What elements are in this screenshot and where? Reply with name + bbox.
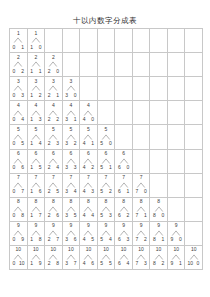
part-left: 8 — [152, 213, 156, 219]
bond-cell: 10100 — [185, 246, 203, 270]
bond-cell: 110 — [28, 29, 46, 53]
branch-lines-icon — [48, 61, 58, 67]
part-left: 1 — [30, 237, 34, 243]
bond-parts: 36 — [63, 237, 80, 243]
bond-parts: 63 — [115, 237, 132, 243]
part-left: 6 — [117, 165, 121, 171]
part-right: 3 — [91, 189, 95, 195]
part-left: 6 — [117, 189, 121, 195]
empty-cell — [63, 29, 81, 53]
empty-cell — [168, 150, 186, 174]
part-right: 3 — [38, 117, 42, 123]
part-right: 0 — [196, 261, 200, 267]
branch-lines-icon — [83, 230, 93, 236]
bond-cell: 413 — [28, 101, 46, 125]
bond-parts: 46 — [80, 261, 97, 267]
bond-parts: 16 — [28, 189, 45, 195]
whole-number: 6 — [87, 151, 90, 157]
part-right: 7 — [38, 213, 42, 219]
empty-cell — [63, 53, 81, 77]
part-right: 2 — [143, 237, 147, 243]
part-right: 4 — [91, 213, 95, 219]
branch-lines-icon — [119, 230, 129, 236]
part-left: 3 — [65, 261, 69, 267]
part-left: 0 — [12, 93, 16, 99]
branch-lines-icon — [66, 158, 76, 164]
part-left: 8 — [152, 237, 156, 243]
bond-parts: 35 — [63, 213, 80, 219]
decomposition-grid: 1011102022112203033123213304044134224314… — [9, 28, 203, 270]
branch-lines-icon — [66, 85, 76, 91]
part-left: 1 — [30, 117, 34, 123]
empty-cell — [168, 101, 186, 125]
whole-number: 8 — [52, 199, 55, 205]
whole-number: 9 — [122, 223, 125, 229]
part-left: 5 — [100, 141, 104, 147]
empty-cell — [98, 53, 116, 77]
bond-parts: 42 — [80, 165, 97, 171]
part-right: 1 — [21, 45, 25, 51]
part-right: 5 — [73, 213, 77, 219]
bond-parts: 50 — [98, 141, 115, 147]
whole-number: 8 — [34, 199, 37, 205]
empty-cell — [168, 53, 186, 77]
bond-parts: 64 — [115, 261, 132, 267]
bond-cell: 1019 — [28, 246, 46, 270]
bond-parts: 51 — [98, 165, 115, 171]
part-right: 0 — [56, 69, 60, 75]
bond-parts: 20 — [45, 69, 62, 75]
branch-lines-icon — [136, 206, 146, 212]
branch-lines-icon — [154, 254, 164, 260]
branch-lines-icon — [48, 182, 58, 188]
whole-number: 7 — [52, 175, 55, 181]
whole-number: 6 — [70, 151, 73, 157]
branch-lines-icon — [13, 61, 23, 67]
whole-number: 10 — [33, 247, 39, 253]
empty-cell — [185, 125, 203, 149]
bond-cell: 101 — [10, 29, 28, 53]
empty-cell — [115, 53, 133, 77]
whole-number: 10 — [86, 247, 92, 253]
branch-lines-icon — [13, 110, 23, 116]
branch-lines-icon — [31, 110, 41, 116]
whole-number: 8 — [70, 199, 73, 205]
bond-cell: 1073 — [133, 246, 151, 270]
part-left: 0 — [12, 189, 16, 195]
whole-number: 2 — [34, 55, 37, 61]
bond-parts: 10 — [28, 45, 45, 51]
part-left: 5 — [100, 189, 104, 195]
branch-lines-icon — [13, 85, 23, 91]
bond-cell: 844 — [80, 198, 98, 222]
branch-lines-icon — [101, 254, 111, 260]
empty-cell — [133, 125, 151, 149]
bond-parts: 60 — [115, 165, 132, 171]
part-right: 1 — [56, 93, 60, 99]
empty-cell — [168, 174, 186, 198]
whole-number: 2 — [52, 55, 55, 61]
bond-cell: 220 — [45, 53, 63, 77]
bond-parts: 18 — [28, 237, 45, 243]
bond-cell: 514 — [28, 125, 46, 149]
bond-cell: 10010 — [10, 246, 28, 270]
part-right: 3 — [56, 141, 60, 147]
branch-lines-icon — [31, 134, 41, 140]
whole-number: 8 — [87, 199, 90, 205]
part-left: 7 — [135, 261, 139, 267]
part-left: 9 — [170, 237, 174, 243]
whole-number: 6 — [105, 151, 108, 157]
part-right: 7 — [21, 189, 25, 195]
bond-cell: 743 — [80, 174, 98, 198]
bond-parts: 25 — [45, 189, 62, 195]
part-left: 6 — [117, 213, 121, 219]
whole-number: 1 — [34, 31, 37, 37]
branch-lines-icon — [13, 254, 23, 260]
part-left: 4 — [82, 261, 86, 267]
part-right: 4 — [73, 189, 77, 195]
part-left: 4 — [82, 237, 86, 243]
bond-parts: 04 — [10, 117, 27, 123]
part-right: 2 — [21, 69, 25, 75]
bond-cell: 918 — [28, 222, 46, 246]
bond-cell: 1046 — [80, 246, 98, 270]
whole-number: 1 — [17, 31, 20, 37]
empty-cell — [185, 101, 203, 125]
part-right: 0 — [108, 141, 112, 147]
part-right: 10 — [19, 261, 25, 267]
bond-cell: 770 — [133, 174, 151, 198]
bond-parts: 52 — [98, 189, 115, 195]
empty-cell — [98, 77, 116, 101]
bond-parts: 010 — [10, 261, 27, 267]
branch-lines-icon — [154, 230, 164, 236]
part-left: 7 — [135, 213, 139, 219]
part-left: 4 — [82, 117, 86, 123]
part-right: 2 — [38, 93, 42, 99]
branch-lines-icon — [66, 110, 76, 116]
empty-cell — [133, 101, 151, 125]
part-left: 2 — [47, 237, 51, 243]
bond-parts: 91 — [168, 261, 185, 267]
whole-number: 4 — [34, 103, 37, 109]
part-left: 1 — [30, 45, 34, 51]
bond-parts: 55 — [98, 261, 115, 267]
part-right: 4 — [21, 117, 25, 123]
part-right: 5 — [91, 237, 95, 243]
bond-cell: 716 — [28, 174, 46, 198]
part-right: 1 — [178, 261, 182, 267]
part-right: 2 — [126, 213, 130, 219]
part-right: 1 — [73, 117, 77, 123]
part-right: 4 — [108, 237, 112, 243]
part-right: 0 — [143, 189, 147, 195]
branch-lines-icon — [119, 206, 129, 212]
bond-cell: 422 — [45, 101, 63, 125]
whole-number: 10 — [121, 247, 127, 253]
part-right: 8 — [38, 237, 42, 243]
part-right: 0 — [73, 93, 77, 99]
branch-lines-icon — [83, 182, 93, 188]
branch-lines-icon — [101, 158, 111, 164]
part-left: 0 — [12, 213, 16, 219]
part-left: 3 — [65, 117, 69, 123]
part-right: 7 — [56, 237, 60, 243]
part-right: 3 — [21, 93, 25, 99]
branch-lines-icon — [13, 206, 23, 212]
bond-parts: 05 — [10, 141, 27, 147]
bond-cell: 707 — [10, 174, 28, 198]
bond-cell: 927 — [45, 222, 63, 246]
part-left: 3 — [65, 93, 69, 99]
part-right: 3 — [143, 261, 147, 267]
part-right: 5 — [21, 141, 25, 147]
whole-number: 10 — [68, 247, 74, 253]
branch-lines-icon — [83, 110, 93, 116]
whole-number: 7 — [122, 175, 125, 181]
bond-parts: 80 — [150, 213, 167, 219]
part-right: 1 — [108, 165, 112, 171]
empty-cell — [133, 29, 151, 53]
whole-number: 5 — [105, 127, 108, 133]
empty-cell — [98, 29, 116, 53]
bond-cell: 972 — [133, 222, 151, 246]
part-right: 6 — [38, 189, 42, 195]
part-right: 1 — [126, 189, 130, 195]
bond-cell: 1037 — [63, 246, 81, 270]
bond-cell: 734 — [63, 174, 81, 198]
part-right: 2 — [108, 189, 112, 195]
part-right: 3 — [108, 213, 112, 219]
part-right: 0 — [91, 117, 95, 123]
whole-number: 5 — [52, 127, 55, 133]
bond-parts: 30 — [63, 93, 80, 99]
bond-cell: 651 — [98, 150, 116, 174]
bond-cell: 835 — [63, 198, 81, 222]
empty-cell — [185, 222, 203, 246]
bond-cell: 615 — [28, 150, 46, 174]
part-left: 5 — [100, 165, 104, 171]
empty-cell — [133, 53, 151, 77]
bond-cell: 660 — [115, 150, 133, 174]
bond-parts: 81 — [150, 237, 167, 243]
bond-parts: 72 — [133, 237, 150, 243]
empty-cell — [98, 101, 116, 125]
bond-parts: 40 — [80, 117, 97, 123]
bond-parts: 23 — [45, 141, 62, 147]
bond-parts: 31 — [63, 117, 80, 123]
bond-cell: 880 — [150, 198, 168, 222]
empty-cell — [185, 77, 203, 101]
part-left: 2 — [47, 261, 51, 267]
part-right: 2 — [56, 117, 60, 123]
bond-cell: 202 — [10, 53, 28, 77]
branch-lines-icon — [154, 206, 164, 212]
empty-cell — [168, 125, 186, 149]
bond-cell: 936 — [63, 222, 81, 246]
part-left: 10 — [187, 261, 193, 267]
empty-cell — [185, 174, 203, 198]
bond-cell: 321 — [45, 77, 63, 101]
part-left: 3 — [65, 165, 69, 171]
bond-parts: 03 — [10, 93, 27, 99]
bond-cell: 871 — [133, 198, 151, 222]
part-right: 5 — [108, 261, 112, 267]
branch-lines-icon — [31, 61, 41, 67]
branch-lines-icon — [171, 230, 181, 236]
part-right: 6 — [73, 237, 77, 243]
bond-parts: 21 — [45, 93, 62, 99]
bond-parts: 01 — [10, 45, 27, 51]
whole-number: 5 — [87, 127, 90, 133]
bond-cell: 404 — [10, 101, 28, 125]
bond-cell: 550 — [98, 125, 116, 149]
branch-lines-icon — [136, 254, 146, 260]
whole-number: 4 — [87, 103, 90, 109]
part-right: 3 — [73, 165, 77, 171]
whole-number: 6 — [17, 151, 20, 157]
whole-number: 8 — [105, 199, 108, 205]
bond-cell: 1091 — [168, 246, 186, 270]
branch-lines-icon — [189, 254, 199, 260]
bond-parts: 14 — [28, 141, 45, 147]
bond-cell: 945 — [80, 222, 98, 246]
bond-parts: 06 — [10, 165, 27, 171]
whole-number: 9 — [87, 223, 90, 229]
branch-lines-icon — [13, 134, 23, 140]
empty-cell — [185, 198, 203, 222]
branch-lines-icon — [31, 158, 41, 164]
part-left: 2 — [47, 93, 51, 99]
whole-number: 7 — [34, 175, 37, 181]
branch-lines-icon — [48, 158, 58, 164]
whole-number: 3 — [34, 79, 37, 85]
whole-number: 7 — [140, 175, 143, 181]
part-right: 0 — [178, 237, 182, 243]
bond-cell: 541 — [80, 125, 98, 149]
bond-cell: 954 — [98, 222, 116, 246]
bond-cell: 505 — [10, 125, 28, 149]
empty-cell — [133, 77, 151, 101]
bond-cell: 761 — [115, 174, 133, 198]
whole-number: 5 — [70, 127, 73, 133]
bond-parts: 17 — [28, 213, 45, 219]
part-right: 5 — [38, 165, 42, 171]
bond-parts: 70 — [133, 189, 150, 195]
part-right: 0 — [126, 165, 130, 171]
bond-cell: 963 — [115, 222, 133, 246]
empty-cell — [80, 53, 98, 77]
part-right: 1 — [38, 69, 42, 75]
part-left: 1 — [30, 189, 34, 195]
branch-lines-icon — [119, 158, 129, 164]
whole-number: 3 — [52, 79, 55, 85]
branch-lines-icon — [66, 182, 76, 188]
bond-cell: 909 — [10, 222, 28, 246]
empty-cell — [115, 77, 133, 101]
branch-lines-icon — [48, 230, 58, 236]
branch-lines-icon — [48, 85, 58, 91]
branch-lines-icon — [119, 254, 129, 260]
part-right: 2 — [161, 261, 165, 267]
whole-number: 10 — [173, 247, 179, 253]
part-right: 9 — [38, 261, 42, 267]
whole-number: 9 — [175, 223, 178, 229]
branch-lines-icon — [31, 37, 41, 43]
bond-cell: 853 — [98, 198, 116, 222]
part-left: 1 — [30, 141, 34, 147]
whole-number: 10 — [156, 247, 162, 253]
bond-cell: 523 — [45, 125, 63, 149]
empty-cell — [150, 53, 168, 77]
part-left: 6 — [117, 261, 121, 267]
part-left: 0 — [12, 69, 16, 75]
bond-cell: 862 — [115, 198, 133, 222]
bond-parts: 07 — [10, 189, 27, 195]
bond-cell: 303 — [10, 77, 28, 101]
part-left: 4 — [82, 213, 86, 219]
bond-parts: 45 — [80, 237, 97, 243]
empty-cell — [150, 101, 168, 125]
bond-parts: 13 — [28, 117, 45, 123]
bond-parts: 32 — [63, 141, 80, 147]
branch-lines-icon — [171, 254, 181, 260]
bond-cell: 826 — [45, 198, 63, 222]
bond-cell: 606 — [10, 150, 28, 174]
bond-parts: 53 — [98, 213, 115, 219]
part-left: 1 — [30, 69, 34, 75]
whole-number: 4 — [52, 103, 55, 109]
whole-number: 9 — [17, 223, 20, 229]
bond-parts: 71 — [133, 213, 150, 219]
part-right: 0 — [161, 213, 165, 219]
whole-number: 9 — [105, 223, 108, 229]
branch-lines-icon — [136, 230, 146, 236]
part-right: 8 — [56, 261, 60, 267]
empty-cell — [80, 29, 98, 53]
branch-lines-icon — [31, 254, 41, 260]
whole-number: 10 — [138, 247, 144, 253]
bond-parts: 34 — [63, 189, 80, 195]
empty-cell — [133, 150, 151, 174]
whole-number: 9 — [140, 223, 143, 229]
bond-parts: 43 — [80, 189, 97, 195]
bond-cell: 624 — [45, 150, 63, 174]
bond-parts: 22 — [45, 117, 62, 123]
branch-lines-icon — [13, 182, 23, 188]
bond-cell: 1064 — [115, 246, 133, 270]
part-left: 1 — [30, 213, 34, 219]
whole-number: 6 — [52, 151, 55, 157]
branch-lines-icon — [48, 110, 58, 116]
part-right: 9 — [21, 237, 25, 243]
empty-cell — [115, 101, 133, 125]
bond-cell: 990 — [168, 222, 186, 246]
whole-number: 7 — [70, 175, 73, 181]
bond-cell: 211 — [28, 53, 46, 77]
whole-number: 5 — [34, 127, 37, 133]
part-right: 8 — [21, 213, 25, 219]
empty-cell — [150, 150, 168, 174]
empty-cell — [168, 29, 186, 53]
bond-cell: 1082 — [150, 246, 168, 270]
empty-cell — [80, 77, 98, 101]
whole-number: 10 — [15, 247, 21, 253]
part-left: 3 — [65, 189, 69, 195]
branch-lines-icon — [83, 158, 93, 164]
part-left: 1 — [30, 261, 34, 267]
